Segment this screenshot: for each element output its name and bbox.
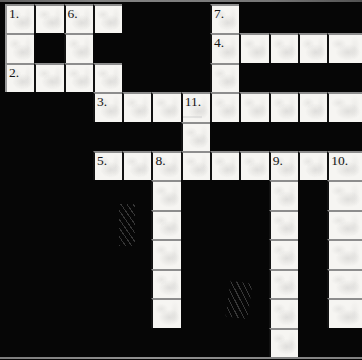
cell-r1-c6: [151, 4, 180, 33]
cell-r7-c11: [298, 180, 327, 209]
cell-r4-c10[interactable]: [269, 92, 298, 121]
cell-r2-c6: [151, 33, 180, 62]
cell-r12-c2: [34, 328, 63, 357]
cell-r8-c11: [298, 210, 327, 239]
cell-r11-c4: [93, 298, 122, 327]
cell-r7-c2: [34, 180, 63, 209]
clue-number: 1.: [9, 6, 19, 21]
cell-r8-c10[interactable]: [269, 210, 298, 239]
cell-r10-c2: [34, 269, 63, 298]
cell-r7-c7: [181, 180, 210, 209]
cell-r2-c7: [181, 33, 210, 62]
pencil-arrow-mark: [183, 116, 202, 118]
cell-r4-c4[interactable]: 3.: [93, 92, 122, 121]
cell-r11-c6[interactable]: [151, 298, 180, 327]
cell-r9-c8: [210, 239, 239, 268]
cell-r3-c4[interactable]: [93, 63, 122, 92]
cell-r9-c2: [34, 239, 63, 268]
cell-r6-c10[interactable]: 9.: [269, 151, 298, 180]
cell-r2-c12[interactable]: [327, 33, 362, 62]
cell-r12-c12: [327, 328, 362, 357]
cell-r6-c9[interactable]: [239, 151, 268, 180]
cell-r5-c11: [298, 122, 327, 151]
cell-r6-c11[interactable]: [298, 151, 327, 180]
board-bottom-edge-line: [0, 357, 362, 359]
clue-number: 3.: [97, 94, 107, 109]
cell-r3-c11: [298, 63, 327, 92]
cell-r3-c8[interactable]: [210, 63, 239, 92]
cell-r9-c12[interactable]: [327, 239, 362, 268]
cell-r9-c9: [239, 239, 268, 268]
cell-r7-c3: [64, 180, 93, 209]
cell-r1-c5: [122, 4, 151, 33]
cell-r7-c9: [239, 180, 268, 209]
cell-r5-c5: [122, 122, 151, 151]
cell-r3-c10: [269, 63, 298, 92]
clue-number: 6.: [68, 6, 78, 21]
cell-r1-c3[interactable]: 6.: [64, 4, 93, 33]
cell-r5-c4: [93, 122, 122, 151]
cell-r10-c3: [64, 269, 93, 298]
cell-r2-c3[interactable]: [64, 33, 93, 62]
cell-r11-c12[interactable]: [327, 298, 362, 327]
clue-number: 9.: [273, 153, 283, 168]
cell-r9-c3: [64, 239, 93, 268]
cell-r5-c10: [269, 122, 298, 151]
cell-r3-c5: [122, 63, 151, 92]
cell-r10-c6[interactable]: [151, 269, 180, 298]
clue-number: 4.: [214, 35, 224, 50]
cell-r5-c6: [151, 122, 180, 151]
cell-r2-c11[interactable]: [298, 33, 327, 62]
cell-r6-c1: [5, 151, 34, 180]
cell-r8-c8: [210, 210, 239, 239]
cell-r10-c4: [93, 269, 122, 298]
cell-r9-c11: [298, 239, 327, 268]
crossword-board: 1.6.7.4.2.3.11.5.8.9.10.: [0, 0, 362, 360]
cell-r8-c2: [34, 210, 63, 239]
cell-r9-c7: [181, 239, 210, 268]
cell-r4-c8[interactable]: [210, 92, 239, 121]
cell-r12-c11: [298, 328, 327, 357]
cell-r5-c7[interactable]: [181, 122, 210, 151]
cell-r11-c10[interactable]: [269, 298, 298, 327]
clue-number: 10.: [331, 153, 348, 168]
cell-r9-c4: [93, 239, 122, 268]
cell-r12-c4: [93, 328, 122, 357]
cell-r9-c6[interactable]: [151, 239, 180, 268]
cell-r8-c1: [5, 210, 34, 239]
cell-r10-c7: [181, 269, 210, 298]
cell-r8-c12[interactable]: [327, 210, 362, 239]
cell-r6-c7[interactable]: [181, 151, 210, 180]
cell-r9-c1: [5, 239, 34, 268]
cell-r12-c3: [64, 328, 93, 357]
cell-r5-c3: [64, 122, 93, 151]
cell-r7-c6[interactable]: [151, 180, 180, 209]
cell-r1-c9: [239, 4, 268, 33]
cell-r2-c1[interactable]: [5, 33, 34, 62]
cell-r11-c11: [298, 298, 327, 327]
cell-r1-c4[interactable]: [93, 4, 122, 33]
cell-r3-c6: [151, 63, 180, 92]
cell-r4-c2: [34, 92, 63, 121]
cell-r1-c10: [269, 4, 298, 33]
cell-r5-c2: [34, 122, 63, 151]
cell-r10-c5: [122, 269, 151, 298]
clue-number: 7.: [214, 6, 224, 21]
cell-r2-c9[interactable]: [239, 33, 268, 62]
cell-r4-c9[interactable]: [239, 92, 268, 121]
cell-r4-c3: [64, 92, 93, 121]
cell-r2-c2: [34, 33, 63, 62]
clue-number: 5.: [97, 153, 107, 168]
cell-r7-c1: [5, 180, 34, 209]
crossword-grid: 1.6.7.4.2.3.11.5.8.9.10.: [5, 4, 362, 357]
cell-r2-c10[interactable]: [269, 33, 298, 62]
cell-r5-c9: [239, 122, 268, 151]
cell-r6-c12[interactable]: 10.: [327, 151, 362, 180]
cell-r1-c2[interactable]: [34, 4, 63, 33]
clue-number: 8.: [155, 153, 165, 168]
cell-r8-c9: [239, 210, 268, 239]
cell-r6-c8[interactable]: [210, 151, 239, 180]
cell-r3-c1[interactable]: 2.: [5, 63, 34, 92]
cell-r12-c10[interactable]: [269, 328, 298, 357]
cell-r12-c9: [239, 328, 268, 357]
cell-r5-c8: [210, 122, 239, 151]
cell-r9-c10[interactable]: [269, 239, 298, 268]
cell-r1-c11: [298, 4, 327, 33]
cell-r4-c1: [5, 92, 34, 121]
cell-r6-c4[interactable]: 5.: [93, 151, 122, 180]
cell-r7-c10[interactable]: [269, 180, 298, 209]
cell-r1-c12: [327, 4, 362, 33]
cell-r11-c3: [64, 298, 93, 327]
cell-r12-c6: [151, 328, 180, 357]
cell-r3-c9: [239, 63, 268, 92]
board-top-edge-line: [0, 0, 362, 2]
cell-r3-c2[interactable]: [34, 63, 63, 92]
cell-r10-c11: [298, 269, 327, 298]
cell-r11-c2: [34, 298, 63, 327]
cell-r8-c4: [93, 210, 122, 239]
cell-r4-c5[interactable]: [122, 92, 151, 121]
cell-r11-c1: [5, 298, 34, 327]
cell-r6-c6[interactable]: 8.: [151, 151, 180, 180]
cell-r7-c8: [210, 180, 239, 209]
cell-r12-c8: [210, 328, 239, 357]
cell-r12-c5: [122, 328, 151, 357]
cell-r7-c4: [93, 180, 122, 209]
cell-r7-c12[interactable]: [327, 180, 362, 209]
cell-r2-c8[interactable]: 4.: [210, 33, 239, 62]
clue-number: 11.: [185, 94, 201, 109]
cell-r5-c1: [5, 122, 34, 151]
cell-r3-c12: [327, 63, 362, 92]
pencil-scratch: [119, 204, 135, 246]
cell-r8-c3: [64, 210, 93, 239]
cell-r2-c4: [93, 33, 122, 62]
cell-r6-c3: [64, 151, 93, 180]
cell-r1-c1[interactable]: 1.: [5, 4, 34, 33]
clue-number: 2.: [9, 65, 19, 80]
cell-r10-c10[interactable]: [269, 269, 298, 298]
cell-r8-c7: [181, 210, 210, 239]
cell-r10-c1: [5, 269, 34, 298]
cell-r4-c12[interactable]: [327, 92, 362, 121]
cell-r8-c6[interactable]: [151, 210, 180, 239]
cell-r12-c1: [5, 328, 34, 357]
cell-r11-c5: [122, 298, 151, 327]
cell-r1-c8[interactable]: 7.: [210, 4, 239, 33]
cell-r6-c2: [34, 151, 63, 180]
cell-r4-c11[interactable]: [298, 92, 327, 121]
cell-r10-c12[interactable]: [327, 269, 362, 298]
cell-r5-c12: [327, 122, 362, 151]
cell-r3-c7: [181, 63, 210, 92]
cell-r2-c5: [122, 33, 151, 62]
cell-r3-c3[interactable]: [64, 63, 93, 92]
cell-r1-c7: [181, 4, 210, 33]
cell-r4-c6[interactable]: [151, 92, 180, 121]
cell-r11-c7: [181, 298, 210, 327]
cell-r12-c7: [181, 328, 210, 357]
cell-r6-c5[interactable]: [122, 151, 151, 180]
